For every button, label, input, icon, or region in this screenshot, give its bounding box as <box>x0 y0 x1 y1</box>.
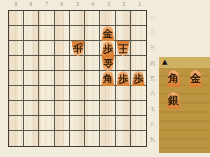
file-label: 5 <box>71 1 83 8</box>
board-cell[interactable] <box>116 116 131 131</box>
file-label: 8 <box>25 1 37 8</box>
rank-label: 七 <box>149 103 156 115</box>
board-cell[interactable] <box>85 71 100 86</box>
file-label: 1 <box>133 1 145 8</box>
file-labels: 987654321 <box>8 0 147 9</box>
file-label: 2 <box>118 1 130 8</box>
board-cell[interactable] <box>116 56 131 71</box>
board-cell[interactable] <box>70 101 85 116</box>
board-cell[interactable] <box>39 131 54 146</box>
rank-label: 六 <box>149 88 156 100</box>
board-cell[interactable] <box>100 86 115 101</box>
board-cell[interactable] <box>55 41 70 56</box>
board-cell[interactable] <box>85 11 100 26</box>
board-cell[interactable] <box>24 56 39 71</box>
file-label: 6 <box>56 1 68 8</box>
sente-marker-icon: ▲ <box>159 57 167 68</box>
board-cell[interactable] <box>116 11 131 26</box>
rank-label: 五 <box>149 72 156 84</box>
board-cell[interactable] <box>131 116 146 131</box>
board-cell[interactable] <box>85 86 100 101</box>
board-cell[interactable] <box>39 101 54 116</box>
board-cell[interactable] <box>9 26 24 41</box>
rank-label: 四 <box>149 57 156 69</box>
board-cell[interactable] <box>24 11 39 26</box>
board-cell[interactable] <box>55 116 70 131</box>
board-cell[interactable] <box>70 86 85 101</box>
board-cell[interactable] <box>131 56 146 71</box>
board-cell[interactable] <box>24 26 39 41</box>
board-cell[interactable] <box>131 131 146 146</box>
board-cell[interactable] <box>116 26 131 41</box>
board-cell[interactable] <box>55 56 70 71</box>
board-cell[interactable] <box>131 101 146 116</box>
board-cell[interactable] <box>24 71 39 86</box>
board-cell[interactable] <box>39 41 54 56</box>
board-cell[interactable] <box>55 131 70 146</box>
hand-piece-金[interactable]: 金 <box>188 70 203 87</box>
board-cell[interactable] <box>116 101 131 116</box>
board-cell[interactable] <box>55 86 70 101</box>
file-label: 9 <box>10 1 22 8</box>
board-cell[interactable] <box>100 11 115 26</box>
board-cell[interactable] <box>9 56 24 71</box>
board-cell[interactable] <box>9 101 24 116</box>
board-cell[interactable] <box>9 11 24 26</box>
hand-piece-角[interactable]: 角 <box>166 70 181 87</box>
board-cell[interactable] <box>55 71 70 86</box>
rank-label: 九 <box>149 133 156 145</box>
file-label: 3 <box>102 1 114 8</box>
file-label: 7 <box>40 1 52 8</box>
rank-label: 二 <box>149 27 156 39</box>
board-cell[interactable] <box>9 71 24 86</box>
board-cell[interactable] <box>24 101 39 116</box>
rank-label: 三 <box>149 42 156 54</box>
board-cell[interactable] <box>131 86 146 101</box>
board-cell[interactable] <box>116 131 131 146</box>
board-cell[interactable] <box>70 11 85 26</box>
board-cell[interactable] <box>9 41 24 56</box>
rank-labels: 一二三四五六七八九 <box>148 10 157 147</box>
board-cell[interactable] <box>39 11 54 26</box>
shogi-app: 987654321 一二三四五六七八九 金歩歩王金角歩歩 ▲ 角金銀 <box>0 0 210 157</box>
board-cell[interactable] <box>39 86 54 101</box>
board-cell[interactable] <box>70 26 85 41</box>
board-cell[interactable] <box>24 86 39 101</box>
board-cell[interactable] <box>9 116 24 131</box>
board-cell[interactable] <box>24 41 39 56</box>
board-cell[interactable] <box>100 101 115 116</box>
hand-panel-header: ▲ <box>159 57 210 68</box>
board-cell[interactable] <box>55 101 70 116</box>
board-cell[interactable] <box>100 131 115 146</box>
file-label: 4 <box>87 1 99 8</box>
board-cell[interactable] <box>131 26 146 41</box>
board-cell[interactable] <box>70 131 85 146</box>
board-cell[interactable] <box>85 41 100 56</box>
board-cell[interactable] <box>39 56 54 71</box>
board-cell[interactable] <box>24 131 39 146</box>
board-cell[interactable] <box>85 26 100 41</box>
board-cell[interactable] <box>39 71 54 86</box>
sente-hand-panel: ▲ 角金銀 <box>159 57 210 153</box>
board-cell[interactable] <box>100 116 115 131</box>
board-cell[interactable] <box>116 86 131 101</box>
board-cell[interactable] <box>131 41 146 56</box>
board-cell[interactable] <box>55 11 70 26</box>
board-cell[interactable] <box>9 131 24 146</box>
board-cell[interactable] <box>85 131 100 146</box>
board-cell[interactable] <box>70 56 85 71</box>
hand-piece-銀[interactable]: 銀 <box>166 92 181 109</box>
board-cell[interactable] <box>85 116 100 131</box>
board-cell[interactable] <box>9 86 24 101</box>
board-cell[interactable] <box>39 116 54 131</box>
board-cell[interactable] <box>131 11 146 26</box>
board-cell[interactable] <box>55 26 70 41</box>
board-cell[interactable] <box>70 116 85 131</box>
rank-label: 一 <box>149 12 156 24</box>
board-cell[interactable] <box>39 26 54 41</box>
board-cell[interactable] <box>24 116 39 131</box>
board-cell[interactable] <box>85 56 100 71</box>
board-cell[interactable] <box>85 101 100 116</box>
rank-label: 八 <box>149 118 156 130</box>
board-cell[interactable] <box>70 71 85 86</box>
